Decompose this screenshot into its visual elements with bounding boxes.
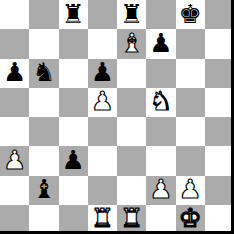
white-rook-d1[interactable]: ♜︎: [91, 205, 114, 231]
square-g8[interactable]: ♚︎: [176, 0, 205, 29]
square-e6[interactable]: [117, 59, 146, 88]
square-f5[interactable]: ♞︎: [146, 88, 175, 117]
black-rook-c8[interactable]: ♜︎: [61, 1, 84, 27]
square-f1[interactable]: [146, 205, 175, 234]
square-d2[interactable]: [88, 176, 117, 205]
square-b6[interactable]: ♞︎: [29, 59, 58, 88]
square-c8[interactable]: ♜︎: [59, 0, 88, 29]
square-f4[interactable]: [146, 117, 175, 146]
square-c5[interactable]: [59, 88, 88, 117]
square-d4[interactable]: [88, 117, 117, 146]
square-a4[interactable]: [0, 117, 29, 146]
square-h2[interactable]: [205, 176, 234, 205]
square-b8[interactable]: [29, 0, 58, 29]
black-bishop-b2[interactable]: ♝︎: [32, 176, 55, 202]
square-f6[interactable]: [146, 59, 175, 88]
square-d3[interactable]: [88, 146, 117, 175]
square-b3[interactable]: [29, 146, 58, 175]
square-h8[interactable]: [205, 0, 234, 29]
board-bottom-edge: [0, 231, 234, 234]
black-king-g8[interactable]: ♚︎: [178, 1, 201, 27]
black-pawn-a6[interactable]: ♟︎: [3, 59, 26, 85]
square-b2[interactable]: ♝︎: [29, 176, 58, 205]
square-b5[interactable]: [29, 88, 58, 117]
square-e3[interactable]: [117, 146, 146, 175]
square-g2[interactable]: ♟︎: [176, 176, 205, 205]
square-f8[interactable]: [146, 0, 175, 29]
square-b4[interactable]: [29, 117, 58, 146]
square-e5[interactable]: [117, 88, 146, 117]
chess-board: ♜︎♜︎♚︎♝︎♟︎♟︎♞︎♟︎♟︎♞︎♟︎♟︎♝︎♟︎♟︎♜︎♜︎♚︎: [0, 0, 234, 234]
black-rook-e8[interactable]: ♜︎: [120, 1, 143, 27]
square-d6[interactable]: ♟︎: [88, 59, 117, 88]
white-rook-e1[interactable]: ♜︎: [120, 205, 143, 231]
square-a6[interactable]: ♟︎: [0, 59, 29, 88]
square-e1[interactable]: ♜︎: [117, 205, 146, 234]
square-a5[interactable]: [0, 88, 29, 117]
square-c3[interactable]: ♟︎: [59, 146, 88, 175]
square-e8[interactable]: ♜︎: [117, 0, 146, 29]
white-king-g1[interactable]: ♚︎: [178, 205, 201, 231]
square-g1[interactable]: ♚︎: [176, 205, 205, 234]
white-pawn-f2[interactable]: ♟︎: [149, 176, 172, 202]
square-g7[interactable]: [176, 29, 205, 58]
square-b1[interactable]: [29, 205, 58, 234]
square-f3[interactable]: [146, 146, 175, 175]
white-bishop-e7[interactable]: ♝︎: [120, 30, 143, 56]
square-e4[interactable]: [117, 117, 146, 146]
square-h6[interactable]: [205, 59, 234, 88]
white-pawn-g2[interactable]: ♟︎: [178, 176, 201, 202]
square-f7[interactable]: ♟︎: [146, 29, 175, 58]
black-pawn-f7[interactable]: ♟︎: [149, 30, 172, 56]
square-a3[interactable]: ♟︎: [0, 146, 29, 175]
square-c7[interactable]: [59, 29, 88, 58]
board-right-edge: [231, 0, 234, 234]
square-d8[interactable]: [88, 0, 117, 29]
square-f2[interactable]: ♟︎: [146, 176, 175, 205]
square-c2[interactable]: [59, 176, 88, 205]
square-d7[interactable]: [88, 29, 117, 58]
square-h3[interactable]: [205, 146, 234, 175]
square-g3[interactable]: [176, 146, 205, 175]
black-pawn-d6[interactable]: ♟︎: [91, 59, 114, 85]
square-d1[interactable]: ♜︎: [88, 205, 117, 234]
square-a1[interactable]: [0, 205, 29, 234]
square-h7[interactable]: [205, 29, 234, 58]
square-g6[interactable]: [176, 59, 205, 88]
square-b7[interactable]: [29, 29, 58, 58]
square-g4[interactable]: [176, 117, 205, 146]
square-c4[interactable]: [59, 117, 88, 146]
square-h1[interactable]: [205, 205, 234, 234]
square-g5[interactable]: [176, 88, 205, 117]
square-d5[interactable]: ♟︎: [88, 88, 117, 117]
square-c6[interactable]: [59, 59, 88, 88]
square-e2[interactable]: [117, 176, 146, 205]
black-pawn-c3[interactable]: ♟︎: [61, 147, 84, 173]
square-a7[interactable]: [0, 29, 29, 58]
square-c1[interactable]: [59, 205, 88, 234]
white-knight-f5[interactable]: ♞︎: [149, 88, 172, 114]
white-pawn-d5[interactable]: ♟︎: [91, 88, 114, 114]
square-h5[interactable]: [205, 88, 234, 117]
square-h4[interactable]: [205, 117, 234, 146]
square-e7[interactable]: ♝︎: [117, 29, 146, 58]
white-pawn-a3[interactable]: ♟︎: [3, 147, 26, 173]
black-knight-b6[interactable]: ♞︎: [32, 59, 55, 85]
square-a8[interactable]: [0, 0, 29, 29]
square-a2[interactable]: [0, 176, 29, 205]
